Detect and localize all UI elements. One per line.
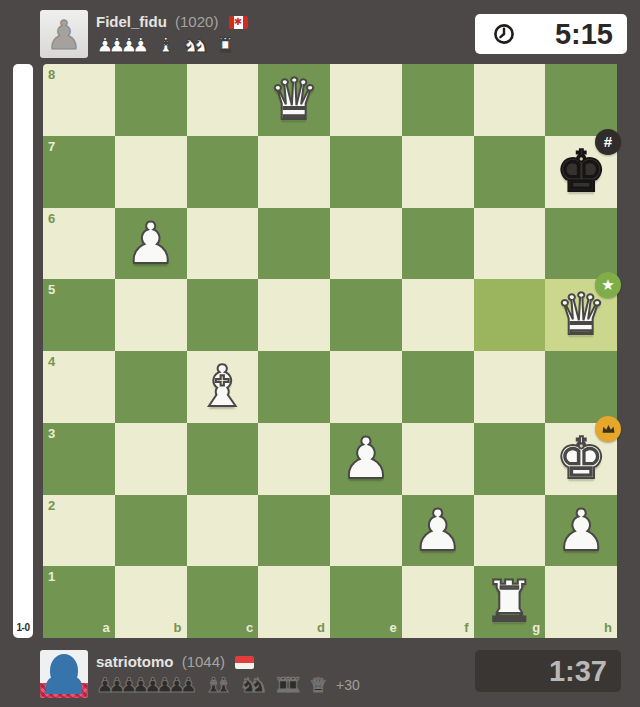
winner-badge — [595, 416, 621, 442]
rank-label-2: 2 — [48, 498, 55, 513]
captured-pieces: ♟♟♟♟♟♟♟♟♝♝♞♞♜♜♛+30 — [96, 673, 360, 697]
square-b8[interactable] — [115, 64, 187, 136]
captured-black-pawn: ♟ — [180, 673, 198, 697]
evaluation-bar: 1-0 — [13, 64, 33, 638]
square-a6[interactable]: 6 — [43, 208, 115, 280]
square-a2[interactable]: 2 — [43, 495, 115, 567]
clock-time: 5:15 — [555, 14, 613, 54]
captured-white-rook: ♜ — [217, 33, 235, 57]
square-d8[interactable]: ♛ — [258, 64, 330, 136]
square-g5[interactable] — [474, 279, 546, 351]
square-d7[interactable] — [258, 136, 330, 208]
square-g2[interactable] — [474, 495, 546, 567]
square-f8[interactable] — [402, 64, 474, 136]
square-a8[interactable]: 8 — [43, 64, 115, 136]
mate-badge: # — [595, 129, 621, 155]
white-rook[interactable]: ♜ — [474, 566, 546, 638]
file-label-a: a — [103, 620, 110, 635]
square-a3[interactable]: 3 — [43, 423, 115, 495]
captured-pieces: ♟♟♟♟♝♞♞♜ — [96, 33, 242, 57]
square-h4[interactable] — [545, 351, 617, 423]
player-rating: (1044) — [182, 653, 225, 670]
rank-label-1: 1 — [48, 569, 55, 584]
square-c7[interactable] — [187, 136, 259, 208]
white-bishop[interactable]: ♝ — [187, 351, 259, 423]
square-f7[interactable] — [402, 136, 474, 208]
square-b4[interactable] — [115, 351, 187, 423]
top-player-clock: 5:15 — [475, 14, 627, 54]
square-e7[interactable] — [330, 136, 402, 208]
square-f4[interactable] — [402, 351, 474, 423]
square-e1[interactable]: e — [330, 566, 402, 638]
chess-board[interactable]: 8♛7♚#6♟5♛★4♝3♟♚2♟♟1abcdefg♜h — [43, 64, 617, 638]
square-f3[interactable] — [402, 423, 474, 495]
captured-black-knight: ♞ — [249, 673, 267, 697]
square-d6[interactable] — [258, 208, 330, 280]
square-e2[interactable] — [330, 495, 402, 567]
square-e5[interactable] — [330, 279, 402, 351]
file-label-h: h — [604, 620, 612, 635]
square-g3[interactable] — [474, 423, 546, 495]
clock-icon — [492, 22, 516, 46]
square-d3[interactable] — [258, 423, 330, 495]
captured-black-bishop: ♝ — [214, 673, 232, 697]
captured-black-rook: ♜ — [284, 673, 302, 697]
square-c3[interactable] — [187, 423, 259, 495]
white-pawn[interactable]: ♟ — [402, 495, 474, 567]
square-g1[interactable]: g♜ — [474, 566, 546, 638]
file-label-b: b — [174, 620, 182, 635]
captured-white-pawn: ♟ — [132, 33, 150, 57]
square-c5[interactable] — [187, 279, 259, 351]
square-h5[interactable]: ♛★ — [545, 279, 617, 351]
file-label-f: f — [464, 620, 468, 635]
square-h3[interactable]: ♚ — [545, 423, 617, 495]
square-h6[interactable] — [545, 208, 617, 280]
square-c6[interactable] — [187, 208, 259, 280]
square-h7[interactable]: ♚# — [545, 136, 617, 208]
captured-black-queen: ♛ — [309, 673, 327, 697]
square-f1[interactable]: f — [402, 566, 474, 638]
rank-label-8: 8 — [48, 67, 55, 82]
square-b1[interactable]: b — [115, 566, 187, 638]
file-label-c: c — [246, 620, 253, 635]
square-h8[interactable] — [545, 64, 617, 136]
file-label-d: d — [317, 620, 325, 635]
square-c2[interactable] — [187, 495, 259, 567]
player-name[interactable]: Fidel_fidu — [96, 13, 167, 30]
captured-white-knight: ♞ — [192, 33, 210, 57]
rank-label-3: 3 — [48, 426, 55, 441]
indonesia-flag-icon — [235, 656, 254, 669]
square-b7[interactable] — [115, 136, 187, 208]
square-e6[interactable] — [330, 208, 402, 280]
white-pawn[interactable]: ♟ — [330, 423, 402, 495]
avatar[interactable] — [40, 650, 88, 698]
clock-time: 1:37 — [549, 650, 607, 692]
square-b5[interactable] — [115, 279, 187, 351]
square-c1[interactable]: c — [187, 566, 259, 638]
square-a1[interactable]: 1a — [43, 566, 115, 638]
rank-label-6: 6 — [48, 211, 55, 226]
square-c8[interactable] — [187, 64, 259, 136]
square-h2[interactable]: ♟ — [545, 495, 617, 567]
rank-label-7: 7 — [48, 139, 55, 154]
pawn-avatar-icon: ♟ — [40, 11, 88, 58]
square-h1[interactable]: h — [545, 566, 617, 638]
captured-white-bishop: ♝ — [157, 33, 175, 57]
square-c4[interactable]: ♝ — [187, 351, 259, 423]
square-d5[interactable] — [258, 279, 330, 351]
square-b3[interactable] — [115, 423, 187, 495]
square-d4[interactable] — [258, 351, 330, 423]
avatar-head — [50, 654, 78, 687]
material-advantage: +30 — [336, 677, 360, 693]
bottom-player-clock: 1:37 — [475, 650, 621, 692]
square-e8[interactable] — [330, 64, 402, 136]
file-label-e: e — [390, 620, 397, 635]
canada-flag-icon — [229, 16, 248, 29]
square-f5[interactable] — [402, 279, 474, 351]
rank-label-4: 4 — [48, 354, 55, 369]
square-f2[interactable]: ♟ — [402, 495, 474, 567]
square-a7[interactable]: 7 — [43, 136, 115, 208]
square-g6[interactable] — [474, 208, 546, 280]
square-a5[interactable]: 5 — [43, 279, 115, 351]
square-g4[interactable] — [474, 351, 546, 423]
square-b6[interactable]: ♟ — [115, 208, 187, 280]
square-e3[interactable]: ♟ — [330, 423, 402, 495]
square-b2[interactable] — [115, 495, 187, 567]
avatar[interactable]: ♟ — [40, 10, 88, 58]
square-g7[interactable] — [474, 136, 546, 208]
star-badge: ★ — [595, 272, 621, 298]
square-f6[interactable] — [402, 208, 474, 280]
game-result: 1-0 — [13, 622, 33, 633]
white-pawn[interactable]: ♟ — [115, 208, 187, 280]
player-name[interactable]: satriotomo — [96, 653, 174, 670]
white-pawn[interactable]: ♟ — [545, 495, 617, 567]
square-g8[interactable] — [474, 64, 546, 136]
rank-label-5: 5 — [48, 282, 55, 297]
white-queen[interactable]: ♛ — [258, 64, 330, 136]
player-rating: (1020) — [175, 13, 218, 30]
square-d2[interactable] — [258, 495, 330, 567]
square-e4[interactable] — [330, 351, 402, 423]
square-d1[interactable]: d — [258, 566, 330, 638]
square-a4[interactable]: 4 — [43, 351, 115, 423]
